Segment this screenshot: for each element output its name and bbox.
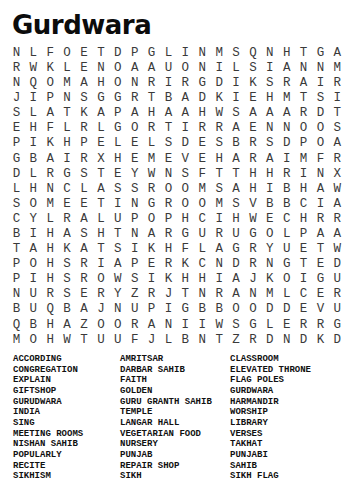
grid-cell: G [109,91,126,106]
word-item: DARBAR SAHIB [120,365,230,376]
grid-cell: H [25,121,42,136]
grid-cell: E [126,151,143,166]
grid-cell: E [312,287,329,302]
grid-cell: R [278,75,295,90]
grid-cell: P [126,45,143,60]
grid-cell: E [312,257,329,272]
grid-cell: S [76,166,93,181]
grid-cell: R [329,75,346,90]
grid-cell: B [177,332,194,347]
grid-cell: N [194,45,211,60]
grid-cell: O [109,60,126,75]
word-list-column: CLASSROOMELEVATED THRONEFLAG POLESGURDWA… [230,354,354,482]
grid-cell: P [295,136,312,151]
grid-cell: D [8,166,25,181]
word-search-grid: NLFOETDPGLINMSQNHTGARWKLENOAAUONILSIANNM… [8,45,354,347]
word-item: NISHAN SAHIB [13,439,120,450]
grid-cell: G [329,317,346,332]
word-item: POPULARLY [13,450,120,461]
grid-cell: T [228,166,245,181]
grid-cell: Y [261,242,278,257]
grid-cell: R [143,121,160,136]
grid-cell: A [25,242,42,257]
grid-cell: Z [76,317,93,332]
grid-cell: V [177,151,194,166]
grid-cell: O [228,302,245,317]
grid-cell: O [25,332,42,347]
grid-cell: A [76,302,93,317]
grid-cell: H [194,106,211,121]
grid-cell: K [244,75,261,90]
word-item: GURU GRANTH SAHIB [120,397,230,408]
grid-cell: N [8,75,25,90]
grid-cell: A [329,45,346,60]
grid-cell: L [228,60,245,75]
grid-cell: S [228,196,245,211]
grid-cell: H [59,136,76,151]
grid-cell: R [160,196,177,211]
grid-cell: P [8,257,25,272]
grid-cell: D [194,91,211,106]
grid-cell: L [109,136,126,151]
grid-cell: X [329,166,346,181]
grid-cell: R [143,75,160,90]
grid-cell: G [143,45,160,60]
grid-cell: S [109,242,126,257]
word-item: RECITE [13,461,120,472]
grid-cell: D [109,45,126,60]
grid-cell: I [25,272,42,287]
grid-cell: H [92,75,109,90]
grid-cell: E [160,151,177,166]
grid-cell: L [92,211,109,226]
grid-cell: A [59,317,76,332]
grid-cell: H [25,181,42,196]
grid-cell: S [59,257,76,272]
word-item: REPAIR SHOP [120,461,230,472]
grid-cell: E [76,45,93,60]
grid-cell: O [244,302,261,317]
grid-cell: D [177,136,194,151]
grid-cell: D [295,332,312,347]
grid-cell: I [278,151,295,166]
grid-cell: T [92,196,109,211]
grid-cell: N [194,287,211,302]
grid-cell: I [228,75,245,90]
grid-cell: W [211,317,228,332]
grid-cell: I [92,257,109,272]
word-item: CONGREGATION [13,365,120,376]
grid-cell: H [92,226,109,241]
grid-cell: R [8,60,25,75]
grid-cell: I [329,91,346,106]
grid-cell: L [59,60,76,75]
grid-cell: T [8,242,25,257]
grid-cell: U [329,272,346,287]
grid-cell: O [194,196,211,211]
grid-cell: B [25,317,42,332]
grid-cell: P [126,257,143,272]
grid-cell: R [126,91,143,106]
grid-cell: S [76,91,93,106]
grid-cell: D [278,302,295,317]
grid-cell: K [59,242,76,257]
grid-cell: R [59,211,76,226]
grid-cell: B [278,196,295,211]
grid-cell: L [25,166,42,181]
grid-cell: N [8,45,25,60]
grid-cell: B [59,302,76,317]
grid-cell: S [109,181,126,196]
word-item: TEMPLE [120,407,230,418]
word-item: SAHIB [230,461,354,472]
grid-cell: N [211,257,228,272]
grid-cell: J [244,272,261,287]
grid-cell: A [109,257,126,272]
grid-cell: N [261,257,278,272]
grid-cell: F [126,332,143,347]
grid-cell: P [8,272,25,287]
grid-cell: K [177,257,194,272]
grid-cell: I [211,211,228,226]
grid-cell: R [160,226,177,241]
grid-cell: A [228,181,245,196]
grid-cell: M [261,287,278,302]
grid-cell: N [42,181,59,196]
grid-cell: O [126,121,143,136]
grid-cell: G [177,302,194,317]
grid-cell: Q [244,45,261,60]
grid-cell: K [42,136,59,151]
grid-cell: A [126,60,143,75]
grid-cell: O [92,272,109,287]
grid-cell: D [278,136,295,151]
grid-cell: S [177,166,194,181]
grid-cell: K [143,242,160,257]
grid-cell: D [211,75,228,90]
grid-cell: I [126,242,143,257]
grid-cell: K [42,60,59,75]
grid-cell: D [261,302,278,317]
grid-cell: A [295,75,312,90]
grid-cell: J [143,332,160,347]
grid-cell: I [109,196,126,211]
grid-cell: H [42,317,59,332]
grid-cell: O [109,75,126,90]
word-item: HARMANDIR [230,397,354,408]
grid-cell: T [59,106,76,121]
grid-cell: R [76,151,93,166]
word-item: LANGAR HALL [120,418,230,429]
grid-cell: I [160,302,177,317]
grid-cell: A [160,106,177,121]
grid-cell: M [143,151,160,166]
grid-cell: A [278,106,295,121]
grid-cell: U [194,226,211,241]
grid-cell: O [278,272,295,287]
grid-cell: E [295,302,312,317]
grid-cell: N [126,75,143,90]
grid-cell: S [126,181,143,196]
grid-cell: E [143,257,160,272]
grid-cell: N [278,121,295,136]
grid-cell: R [76,257,93,272]
grid-cell: M [295,151,312,166]
grid-cell: I [261,60,278,75]
grid-cell: H [42,226,59,241]
word-item: VEGETARIAN FOOD [120,429,230,440]
grid-cell: E [244,121,261,136]
grid-cell: R [143,181,160,196]
grid-cell: I [143,272,160,287]
grid-cell: S [76,226,93,241]
grid-cell: Q [42,302,59,317]
grid-cell: H [228,211,245,226]
grid-cell: A [76,211,93,226]
grid-cell: A [228,151,245,166]
word-item: NURSERY [120,439,230,450]
word-item: GIFTSHOP [13,386,120,397]
grid-cell: R [312,211,329,226]
grid-cell: P [295,226,312,241]
grid-cell: U [329,302,346,317]
grid-cell: T [92,166,109,181]
grid-cell: A [92,106,109,121]
word-item: ACCORDING [13,354,120,365]
grid-cell: S [312,91,329,106]
word-item: PUNJAB [120,450,230,461]
grid-cell: A [329,136,346,151]
grid-cell: H [244,166,261,181]
grid-cell: I [59,151,76,166]
grid-cell: U [25,287,42,302]
grid-cell: B [160,91,177,106]
grid-cell: R [211,226,228,241]
grid-cell: B [25,151,42,166]
grid-cell: D [329,257,346,272]
grid-cell: L [160,332,177,347]
grid-cell: R [76,272,93,287]
grid-cell: R [295,106,312,121]
grid-cell: R [160,257,177,272]
grid-cell: W [143,166,160,181]
grid-cell: Y [109,287,126,302]
grid-cell: R [177,75,194,90]
grid-cell: S [228,45,245,60]
grid-cell: B [8,226,25,241]
grid-cell: C [295,196,312,211]
grid-cell: N [126,196,143,211]
grid-cell: D [312,106,329,121]
grid-cell: A [261,106,278,121]
grid-cell: R [211,121,228,136]
grid-cell: R [312,317,329,332]
grid-cell: D [261,332,278,347]
grid-cell: R [244,151,261,166]
grid-cell: H [194,272,211,287]
grid-cell: C [278,211,295,226]
grid-cell: I [295,272,312,287]
grid-cell: A [177,106,194,121]
word-item: GURUDWARA [13,397,120,408]
grid-cell: L [76,181,93,196]
grid-cell: N [109,302,126,317]
grid-cell: N [261,45,278,60]
word-item: FLAG POLES [230,375,354,386]
grid-cell: F [42,121,59,136]
grid-cell: L [25,106,42,121]
grid-cell: G [244,317,261,332]
grid-cell: R [76,121,93,136]
grid-cell: U [160,60,177,75]
grid-cell: E [76,196,93,211]
grid-cell: Q [8,317,25,332]
grid-cell: G [244,226,261,241]
grid-cell: E [261,211,278,226]
grid-cell: N [261,121,278,136]
grid-cell: T [109,226,126,241]
grid-cell: W [329,242,346,257]
grid-cell: Z [126,287,143,302]
grid-cell: A [312,226,329,241]
grid-cell: O [261,226,278,241]
grid-cell: A [76,242,93,257]
grid-cell: S [59,272,76,287]
grid-cell: G [194,75,211,90]
grid-cell: H [42,242,59,257]
grid-cell: I [177,317,194,332]
grid-cell: M [42,196,59,211]
grid-cell: P [76,136,93,151]
grid-cell: O [92,317,109,332]
grid-cell: T [329,106,346,121]
grid-cell: T [295,257,312,272]
grid-cell: H [177,272,194,287]
grid-cell: K [312,332,329,347]
grid-cell: T [92,45,109,60]
grid-cell: O [295,121,312,136]
grid-cell: U [278,242,295,257]
grid-cell: R [244,332,261,347]
grid-cell: Y [126,166,143,181]
grid-cell: U [92,332,109,347]
grid-cell: Y [25,211,42,226]
grid-cell: N [8,287,25,302]
grid-cell: I [177,45,194,60]
grid-cell: W [244,211,261,226]
grid-cell: F [177,242,194,257]
grid-cell: R [244,242,261,257]
grid-cell: T [177,287,194,302]
grid-cell: T [211,332,228,347]
word-item: GOLDEN [120,386,230,397]
grid-cell: N [194,332,211,347]
grid-cell: I [228,91,245,106]
grid-cell: R [92,287,109,302]
word-item: SIKH [120,471,230,482]
grid-cell: S [244,60,261,75]
word-item: PUNJABI [230,450,354,461]
grid-cell: B [211,302,228,317]
grid-cell: N [160,166,177,181]
grid-cell: O [109,317,126,332]
grid-cell: S [160,136,177,151]
grid-cell: N [312,166,329,181]
grid-cell: K [160,272,177,287]
grid-cell: A [42,106,59,121]
grid-cell: O [177,181,194,196]
grid-cell: I [312,75,329,90]
grid-cell: A [42,151,59,166]
grid-cell: T [295,91,312,106]
grid-cell: L [143,136,160,151]
grid-cell: A [143,317,160,332]
grid-cell: A [177,91,194,106]
grid-cell: Z [228,332,245,347]
grid-cell: V [244,196,261,211]
grid-cell: R [244,136,261,151]
grid-cell: N [59,91,76,106]
grid-cell: R [329,211,346,226]
grid-cell: C [295,287,312,302]
grid-cell: O [25,196,42,211]
grid-cell: O [25,257,42,272]
grid-cell: R [278,166,295,181]
grid-cell: N [295,60,312,75]
grid-cell: W [329,181,346,196]
grid-cell: P [160,211,177,226]
grid-cell: I [160,75,177,90]
grid-cell: H [109,151,126,166]
grid-cell: C [194,211,211,226]
grid-cell: L [160,45,177,60]
grid-cell: R [126,317,143,332]
grid-cell: A [92,181,109,196]
word-item: ELEVATED THRONE [230,365,354,376]
grid-cell: B [8,302,25,317]
grid-cell: F [42,45,59,60]
grid-cell: T [211,166,228,181]
grid-cell: T [295,45,312,60]
grid-cell: E [244,91,261,106]
grid-cell: E [109,166,126,181]
grid-cell: T [76,332,93,347]
grid-cell: R [194,121,211,136]
word-item: INDIA [13,407,120,418]
grid-cell: S [59,287,76,302]
grid-cell: L [25,45,42,60]
grid-cell: M [329,60,346,75]
grid-cell: S [211,181,228,196]
grid-cell: H [42,257,59,272]
word-list-column: ACCORDINGCONGREGATIONEXPLAINGIFTSHOPGURU… [13,354,120,482]
grid-cell: H [295,181,312,196]
word-item: CLASSROOM [230,354,354,365]
word-list: ACCORDINGCONGREGATIONEXPLAINGIFTSHOPGURU… [13,354,354,482]
grid-cell: A [59,226,76,241]
grid-cell: J [160,287,177,302]
grid-cell: H [261,91,278,106]
grid-cell: H [295,211,312,226]
grid-cell: O [312,136,329,151]
word-item: SIKHISM [13,471,120,482]
grid-cell: R [329,151,346,166]
grid-cell: A [126,106,143,121]
grid-cell: E [295,242,312,257]
grid-cell: K [76,106,93,121]
word-item: FAITH [120,375,230,386]
grid-cell: A [143,60,160,75]
